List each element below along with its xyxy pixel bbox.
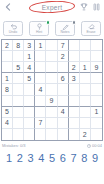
cell-r5c2[interactable] <box>13 84 24 95</box>
numpad-key-2[interactable]: 2 <box>16 151 24 165</box>
cell-r2c9[interactable] <box>91 51 102 62</box>
cell-r9c4[interactable] <box>35 129 46 140</box>
cell-r8c6[interactable] <box>58 118 69 129</box>
cell-r1c1[interactable]: 2 <box>2 40 13 51</box>
top-bar: Expert <box>0 0 104 14</box>
cell-r3c9[interactable]: 9 <box>91 62 102 73</box>
cell-r9c8[interactable]: 2 <box>80 129 91 140</box>
cell-r5c5[interactable] <box>46 84 57 95</box>
cell-r7c4[interactable] <box>35 107 46 118</box>
cell-r9c2[interactable] <box>13 129 24 140</box>
numpad-key-3[interactable]: 3 <box>26 151 34 165</box>
sudoku-board: 2831712542191563849541472 <box>1 39 103 141</box>
cell-r5c1[interactable]: 8 <box>2 84 13 95</box>
cell-r2c5[interactable] <box>46 51 57 62</box>
undo-icon <box>10 23 17 30</box>
cell-r6c6[interactable] <box>58 96 69 107</box>
cell-r3c8[interactable]: 1 <box>80 62 91 73</box>
cell-r9c9[interactable] <box>91 129 102 140</box>
cell-r2c6[interactable]: 2 <box>58 51 69 62</box>
cell-r6c3[interactable] <box>24 96 35 107</box>
clock-icon <box>87 144 91 148</box>
undo-button[interactable]: Undo <box>3 21 23 36</box>
cell-r1c2[interactable]: 8 <box>13 40 24 51</box>
numpad-key-6[interactable]: 6 <box>59 151 67 165</box>
cell-r1c4[interactable]: 1 <box>35 40 46 51</box>
cell-r3c4[interactable] <box>35 62 46 73</box>
numpad-key-9[interactable]: 9 <box>91 151 99 165</box>
cell-r5c9[interactable] <box>91 84 102 95</box>
cell-r4c9[interactable] <box>91 73 102 84</box>
cell-r7c3[interactable] <box>24 107 35 118</box>
timer: 00:04 <box>87 143 102 148</box>
hint-lightbulb-icon <box>36 23 43 30</box>
cell-r6c5[interactable]: 9 <box>46 96 57 107</box>
numpad-key-5[interactable]: 5 <box>48 151 56 165</box>
cell-r1c6[interactable]: 7 <box>58 40 69 51</box>
cell-r3c5[interactable] <box>46 62 57 73</box>
mistakes-counter: Mistakes: 0/3 <box>2 143 26 148</box>
numpad-key-1[interactable]: 1 <box>5 151 13 165</box>
cell-r5c7[interactable] <box>69 84 80 95</box>
numpad-key-7[interactable]: 7 <box>69 151 77 165</box>
cell-r2c2[interactable] <box>13 51 24 62</box>
cell-r2c8[interactable] <box>80 51 91 62</box>
cell-r2c4[interactable] <box>35 51 46 62</box>
cell-r8c8[interactable] <box>80 118 91 129</box>
number-pad: 123456789 <box>0 149 104 165</box>
cell-r6c2[interactable] <box>13 96 24 107</box>
hint-button[interactable]: Hint <box>29 21 49 36</box>
cell-r9c7[interactable] <box>69 129 80 140</box>
cell-r1c8[interactable] <box>80 40 91 51</box>
cell-r9c6[interactable] <box>58 129 69 140</box>
cell-r8c7[interactable] <box>69 118 80 129</box>
cell-r4c7[interactable]: 3 <box>69 73 80 84</box>
cell-r2c3[interactable]: 1 <box>24 51 35 62</box>
cell-r3c2[interactable]: 5 <box>13 62 24 73</box>
cell-r5c6[interactable] <box>58 84 69 95</box>
cell-r4c1[interactable]: 1 <box>2 73 13 84</box>
difficulty-title[interactable]: Expert <box>42 4 63 11</box>
cell-r3c3[interactable]: 4 <box>24 62 35 73</box>
cell-r1c9[interactable] <box>91 40 102 51</box>
status-bar: Mistakes: 0/3 00:04 <box>0 141 104 149</box>
cell-r6c9[interactable] <box>91 96 102 107</box>
cell-r4c8[interactable] <box>80 73 91 84</box>
cell-r7c9[interactable]: 1 <box>91 107 102 118</box>
cell-r3c7[interactable]: 2 <box>69 62 80 73</box>
numpad-key-8[interactable]: 8 <box>80 151 88 165</box>
cell-r2c7[interactable] <box>69 51 80 62</box>
cell-r9c3[interactable] <box>24 129 35 140</box>
notes-pencil-icon <box>62 23 69 30</box>
cell-r6c4[interactable] <box>35 96 46 107</box>
cell-r9c1[interactable] <box>2 129 13 140</box>
erase-icon <box>88 23 95 30</box>
cell-r1c3[interactable]: 3 <box>24 40 35 51</box>
cell-r8c1[interactable]: 4 <box>2 118 13 129</box>
cell-r6c1[interactable] <box>2 96 13 107</box>
cell-r3c6[interactable] <box>58 62 69 73</box>
cell-r4c4[interactable] <box>35 73 46 84</box>
cell-r8c4[interactable]: 7 <box>35 118 46 129</box>
cell-r4c3[interactable]: 5 <box>24 73 35 84</box>
cell-r8c9[interactable] <box>91 118 102 129</box>
cell-r3c1[interactable] <box>2 62 13 73</box>
cell-r7c1[interactable]: 5 <box>2 107 13 118</box>
erase-button[interactable]: Erase <box>81 21 101 36</box>
notes-button[interactable]: Notes <box>55 21 75 36</box>
cell-r9c5[interactable] <box>46 129 57 140</box>
erase-label: Erase <box>86 31 95 35</box>
cell-r1c7[interactable] <box>69 40 80 51</box>
cell-r7c8[interactable] <box>80 107 91 118</box>
notes-label: Notes <box>60 31 69 35</box>
cell-r7c6[interactable]: 4 <box>58 107 69 118</box>
numpad-key-4[interactable]: 4 <box>37 151 45 165</box>
timer-value: 00:04 <box>92 143 102 148</box>
cell-r7c2[interactable] <box>13 107 24 118</box>
cell-r8c3[interactable] <box>24 118 35 129</box>
cell-r7c5[interactable] <box>46 107 57 118</box>
cell-r5c3[interactable] <box>24 84 35 95</box>
hint-label: Hint <box>36 31 42 35</box>
cell-r1c5[interactable] <box>46 40 57 51</box>
cell-r5c4[interactable]: 4 <box>35 84 46 95</box>
undo-label: Undo <box>9 31 17 35</box>
cell-r7c7[interactable] <box>69 107 80 118</box>
cell-r8c2[interactable] <box>13 118 24 129</box>
cell-r2c1[interactable] <box>2 51 13 62</box>
tool-bar: Undo Hint Notes Erase <box>0 21 104 36</box>
cell-r4c2[interactable] <box>13 73 24 84</box>
cell-r4c6[interactable]: 6 <box>58 73 69 84</box>
cell-r6c7[interactable] <box>69 96 80 107</box>
cell-r6c8[interactable] <box>80 96 91 107</box>
cell-r8c5[interactable] <box>46 118 57 129</box>
notes-badge <box>72 20 77 25</box>
hint-badge <box>46 20 51 25</box>
cell-r4c5[interactable] <box>46 73 57 84</box>
cell-r5c8[interactable] <box>80 84 91 95</box>
